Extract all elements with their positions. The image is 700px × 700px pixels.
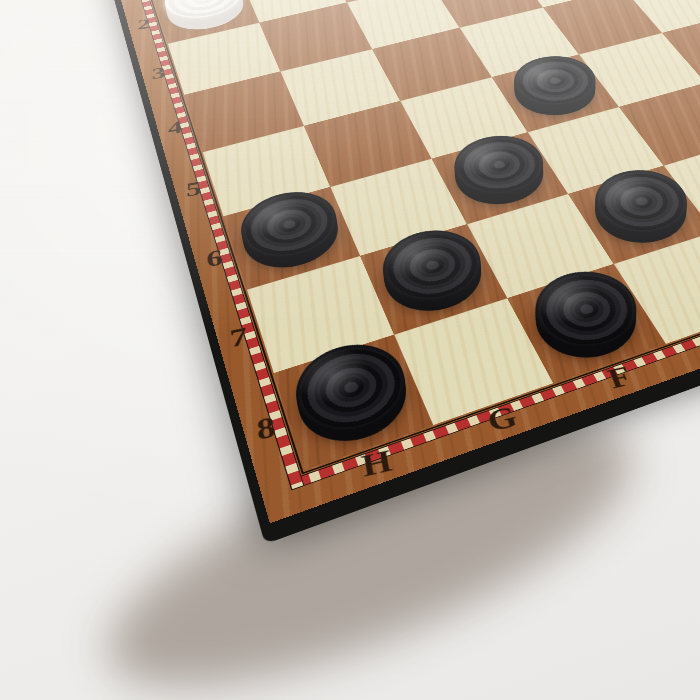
white-piece-h2[interactable] xyxy=(162,0,250,38)
black-piece-h6[interactable] xyxy=(235,195,349,280)
black-piece-top-face xyxy=(442,127,556,203)
rank-label-2: 2 xyxy=(124,13,163,35)
checkers-board: 12345678HGFEDCBA xyxy=(106,0,700,523)
scene: 12345678HGFEDCBA xyxy=(0,0,700,700)
black-piece-e5[interactable] xyxy=(502,61,608,125)
black-piece-e7[interactable] xyxy=(580,173,700,255)
board-wooden-border: 12345678HGFEDCBA xyxy=(106,0,700,523)
black-piece-top-face xyxy=(580,161,700,242)
